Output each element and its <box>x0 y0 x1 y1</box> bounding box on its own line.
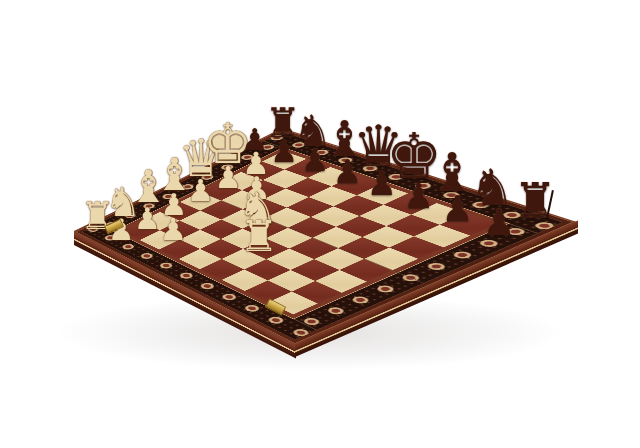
chess-set-product-photo: ♜♞♝♛♚♝♞♜♟♟♟♟♟♟♟♟♚♟♛♟♟♝♟♞♝♟♜♞♟♟♜♟ <box>0 0 640 448</box>
